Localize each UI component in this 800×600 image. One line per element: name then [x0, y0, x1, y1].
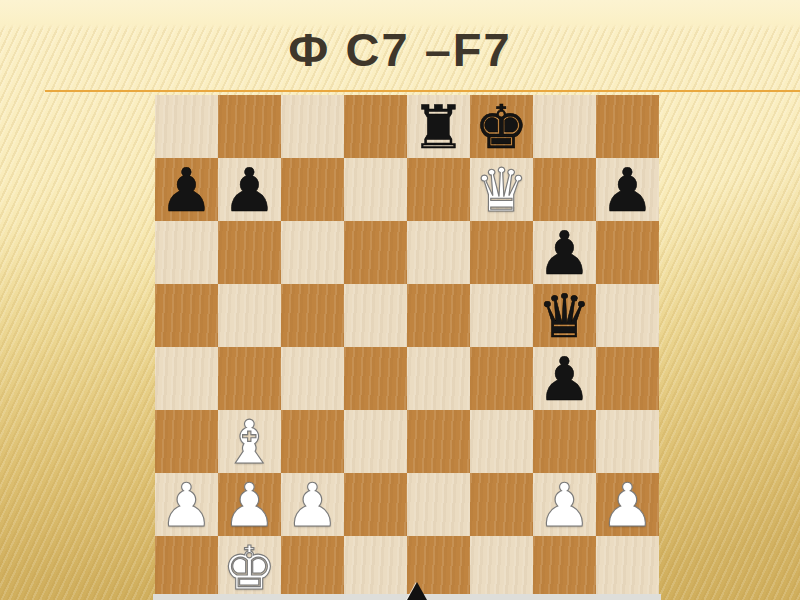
black-pawn-a7: ♟: [160, 160, 214, 221]
square-c3: [281, 410, 344, 473]
black-pawn-g6: ♟: [538, 223, 592, 284]
square-g5: ♛: [533, 284, 596, 347]
square-b2: ♟: [218, 473, 281, 536]
white-pawn-c2: ♟: [286, 475, 340, 536]
square-a3: [155, 410, 218, 473]
square-f5: [470, 284, 533, 347]
square-e7: [407, 158, 470, 221]
square-b5: [218, 284, 281, 347]
square-f7: ♛: [470, 158, 533, 221]
square-e8: ♜: [407, 95, 470, 158]
square-f1: [470, 536, 533, 599]
black-king-f8: ♚: [475, 97, 529, 158]
square-d6: [344, 221, 407, 284]
square-b1: ♚: [218, 536, 281, 599]
square-g4: ♟: [533, 347, 596, 410]
black-pawn-g4: ♟: [538, 349, 592, 410]
square-f6: [470, 221, 533, 284]
white-pawn-b2: ♟: [223, 475, 277, 536]
square-b7: ♟: [218, 158, 281, 221]
white-pawn-g2: ♟: [538, 475, 592, 536]
white-bishop-b3: ♝: [223, 412, 277, 473]
black-pawn-b7: ♟: [223, 160, 277, 221]
square-g3: [533, 410, 596, 473]
black-pawn-h7: ♟: [601, 160, 655, 221]
square-a1: [155, 536, 218, 599]
white-pawn-a2: ♟: [160, 475, 214, 536]
square-d5: [344, 284, 407, 347]
square-d4: [344, 347, 407, 410]
square-c4: [281, 347, 344, 410]
square-e5: [407, 284, 470, 347]
square-h2: ♟: [596, 473, 659, 536]
cursor-arrow-icon: [407, 582, 427, 600]
square-d7: [344, 158, 407, 221]
square-g7: [533, 158, 596, 221]
square-b3: ♝: [218, 410, 281, 473]
square-d2: [344, 473, 407, 536]
square-d1: [344, 536, 407, 599]
square-b8: [218, 95, 281, 158]
square-h1: [596, 536, 659, 599]
square-e3: [407, 410, 470, 473]
square-a7: ♟: [155, 158, 218, 221]
chess-board: ♜♚♟♟♛♟♟♛♟♝♟♟♟♟♟♚: [155, 95, 659, 599]
square-h4: [596, 347, 659, 410]
square-e4: [407, 347, 470, 410]
square-a8: [155, 95, 218, 158]
black-queen-g5: ♛: [538, 286, 592, 347]
square-b6: [218, 221, 281, 284]
square-c8: [281, 95, 344, 158]
square-f2: [470, 473, 533, 536]
square-f8: ♚: [470, 95, 533, 158]
square-c2: ♟: [281, 473, 344, 536]
square-f3: [470, 410, 533, 473]
square-h6: [596, 221, 659, 284]
square-g1: [533, 536, 596, 599]
white-pawn-h2: ♟: [601, 475, 655, 536]
square-e2: [407, 473, 470, 536]
square-a4: [155, 347, 218, 410]
square-c7: [281, 158, 344, 221]
square-c6: [281, 221, 344, 284]
white-king-b1: ♚: [223, 538, 277, 599]
square-b4: [218, 347, 281, 410]
square-h8: [596, 95, 659, 158]
square-c5: [281, 284, 344, 347]
square-g2: ♟: [533, 473, 596, 536]
square-h5: [596, 284, 659, 347]
black-rook-e8: ♜: [412, 97, 466, 158]
square-f4: [470, 347, 533, 410]
square-c1: [281, 536, 344, 599]
slide-title: Ф C7 –F7: [0, 22, 800, 77]
square-a6: [155, 221, 218, 284]
white-queen-f7: ♛: [475, 160, 529, 221]
square-a2: ♟: [155, 473, 218, 536]
slide-background: Ф C7 –F7 ♜♚♟♟♛♟♟♛♟♝♟♟♟♟♟♚: [0, 0, 800, 600]
square-a5: [155, 284, 218, 347]
square-g8: [533, 95, 596, 158]
square-g6: ♟: [533, 221, 596, 284]
square-h7: ♟: [596, 158, 659, 221]
square-d3: [344, 410, 407, 473]
square-h3: [596, 410, 659, 473]
square-e6: [407, 221, 470, 284]
square-d8: [344, 95, 407, 158]
